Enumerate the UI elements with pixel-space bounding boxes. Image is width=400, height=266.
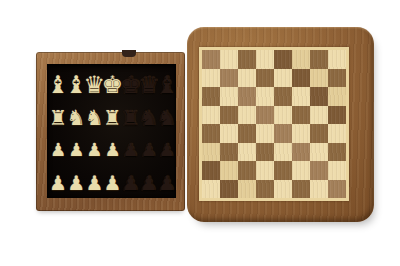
- tray-cell: ♜: [49, 100, 67, 132]
- board-square: [274, 180, 292, 199]
- board-square: [256, 50, 274, 69]
- black-rook-piece: ♜: [122, 108, 140, 129]
- board-square: [256, 106, 274, 125]
- board-square: [328, 106, 346, 125]
- drawer-felt-tray: ♝♝♛♚♚♛♝♜♞♞♜♜♞♞♟♟♟♟♟♟♟♟♟♟♟♟♟♟: [47, 64, 176, 198]
- board-square: [238, 106, 256, 125]
- white-bishop-piece: ♝: [67, 73, 85, 97]
- white-king-piece: ♚: [103, 73, 121, 97]
- piece-drawer: ♝♝♛♚♚♛♝♜♞♞♜♜♞♞♟♟♟♟♟♟♟♟♟♟♟♟♟♟: [36, 52, 185, 211]
- board-square: [220, 106, 238, 125]
- board-square: [220, 50, 238, 69]
- board-square: [256, 87, 274, 106]
- board-square: [274, 50, 292, 69]
- drawer-latch-notch: [122, 50, 136, 57]
- white-rook-piece: ♜: [49, 108, 67, 129]
- white-pawn-piece: ♟: [49, 173, 67, 193]
- tray-cell: ♜: [122, 100, 140, 132]
- board-square: [202, 180, 220, 199]
- board-square: [220, 143, 238, 162]
- black-pawn-piece: ♟: [159, 141, 175, 159]
- board-square: [220, 87, 238, 106]
- tray-cell: ♟: [103, 132, 121, 162]
- black-knight-piece: ♞: [140, 108, 158, 129]
- tray-cell: ♛: [140, 65, 158, 100]
- board-square: [310, 69, 328, 88]
- board-square: [328, 161, 346, 180]
- board-square: [220, 161, 238, 180]
- board-square: [292, 161, 310, 180]
- tray-cell: ♟: [140, 162, 158, 196]
- tray-cell: ♟: [122, 162, 140, 196]
- tray-cell: ♝: [67, 65, 85, 100]
- white-pawn-piece: ♟: [50, 141, 66, 159]
- board-square: [310, 180, 328, 199]
- board-square: [238, 69, 256, 88]
- tray-cell: ♝: [49, 65, 67, 100]
- tray-cell: ♟: [67, 162, 85, 196]
- black-queen-piece: ♛: [140, 73, 158, 97]
- black-king-piece: ♚: [122, 73, 140, 97]
- board-square: [310, 143, 328, 162]
- board-square: [238, 180, 256, 199]
- board-square: [292, 106, 310, 125]
- black-pawn-piece: ♟: [158, 173, 176, 193]
- board-square: [274, 143, 292, 162]
- white-pawn-piece: ♟: [104, 173, 122, 193]
- board-square: [328, 87, 346, 106]
- board-square: [220, 180, 238, 199]
- board-square: [328, 124, 346, 143]
- tray-cell: ♟: [49, 132, 67, 162]
- board-square: [292, 180, 310, 199]
- board-square: [220, 124, 238, 143]
- board-square: [202, 124, 220, 143]
- maple-border: [199, 47, 349, 201]
- tray-cell: ♟: [85, 132, 103, 162]
- board-square: [202, 143, 220, 162]
- chessboard-lid: [187, 27, 374, 222]
- board-square: [256, 69, 274, 88]
- board-square: [328, 69, 346, 88]
- board-square: [292, 87, 310, 106]
- white-pawn-piece: ♟: [85, 173, 103, 193]
- white-pawn-piece: ♟: [86, 141, 102, 159]
- board-square: [274, 87, 292, 106]
- board-square: [256, 143, 274, 162]
- white-pawn-piece: ♟: [67, 173, 85, 193]
- tray-cell: ♟: [158, 162, 176, 196]
- black-pawn-piece: ♟: [141, 141, 157, 159]
- board-square: [238, 124, 256, 143]
- board-square: [274, 124, 292, 143]
- white-pawn-piece: ♟: [68, 141, 84, 159]
- board-square: [238, 50, 256, 69]
- tray-cell: ♟: [122, 132, 140, 162]
- board-square: [220, 69, 238, 88]
- white-knight-piece: ♞: [85, 108, 103, 129]
- tray-cell: ♞: [140, 100, 158, 132]
- board-square: [202, 69, 220, 88]
- tray-cell: ♟: [67, 132, 85, 162]
- board-square: [274, 106, 292, 125]
- board-square: [310, 124, 328, 143]
- black-pawn-piece: ♟: [123, 141, 139, 159]
- white-queen-piece: ♛: [85, 73, 103, 97]
- board-square: [310, 106, 328, 125]
- tray-cell: ♞: [85, 100, 103, 132]
- board-square: [238, 161, 256, 180]
- white-rook-piece: ♜: [103, 108, 121, 129]
- board-square: [292, 124, 310, 143]
- tray-cell: ♟: [140, 132, 158, 162]
- tray-cell: ♟: [85, 162, 103, 196]
- board-square: [292, 50, 310, 69]
- board-square: [202, 50, 220, 69]
- board-square: [292, 69, 310, 88]
- piece-tray-grid: ♝♝♛♚♚♛♝♜♞♞♜♜♞♞♟♟♟♟♟♟♟♟♟♟♟♟♟♟: [49, 65, 176, 196]
- tray-cell: ♜: [103, 100, 121, 132]
- tray-cell: ♚: [122, 65, 140, 100]
- board-square: [202, 87, 220, 106]
- board-square: [310, 161, 328, 180]
- tray-cell: ♟: [158, 132, 176, 162]
- board-square: [328, 143, 346, 162]
- tray-cell: ♚: [103, 65, 121, 100]
- board-square: [256, 124, 274, 143]
- white-bishop-piece: ♝: [49, 73, 67, 97]
- board-square: [328, 50, 346, 69]
- board-square: [274, 69, 292, 88]
- board-square: [328, 180, 346, 199]
- tray-cell: ♞: [67, 100, 85, 132]
- black-knight-piece: ♞: [158, 108, 176, 129]
- black-bishop-piece: ♝: [158, 73, 176, 97]
- tray-cell: ♞: [158, 100, 176, 132]
- chess-set-product-photo: ♝♝♛♚♚♛♝♜♞♞♜♜♞♞♟♟♟♟♟♟♟♟♟♟♟♟♟♟: [0, 0, 400, 266]
- board-square: [292, 143, 310, 162]
- board-square: [310, 87, 328, 106]
- board-square: [256, 161, 274, 180]
- board-square: [202, 161, 220, 180]
- board-square: [238, 143, 256, 162]
- black-pawn-piece: ♟: [122, 173, 140, 193]
- white-pawn-piece: ♟: [104, 141, 120, 159]
- board-square: [202, 106, 220, 125]
- tray-cell: ♝: [158, 65, 176, 100]
- tray-cell: ♛: [85, 65, 103, 100]
- tray-cell: ♟: [49, 162, 67, 196]
- board-square: [238, 87, 256, 106]
- board-square: [310, 50, 328, 69]
- board-squares-grid: [202, 50, 346, 198]
- black-pawn-piece: ♟: [140, 173, 158, 193]
- board-square: [274, 161, 292, 180]
- tray-cell: ♟: [103, 162, 121, 196]
- white-knight-piece: ♞: [67, 108, 85, 129]
- board-square: [256, 180, 274, 199]
